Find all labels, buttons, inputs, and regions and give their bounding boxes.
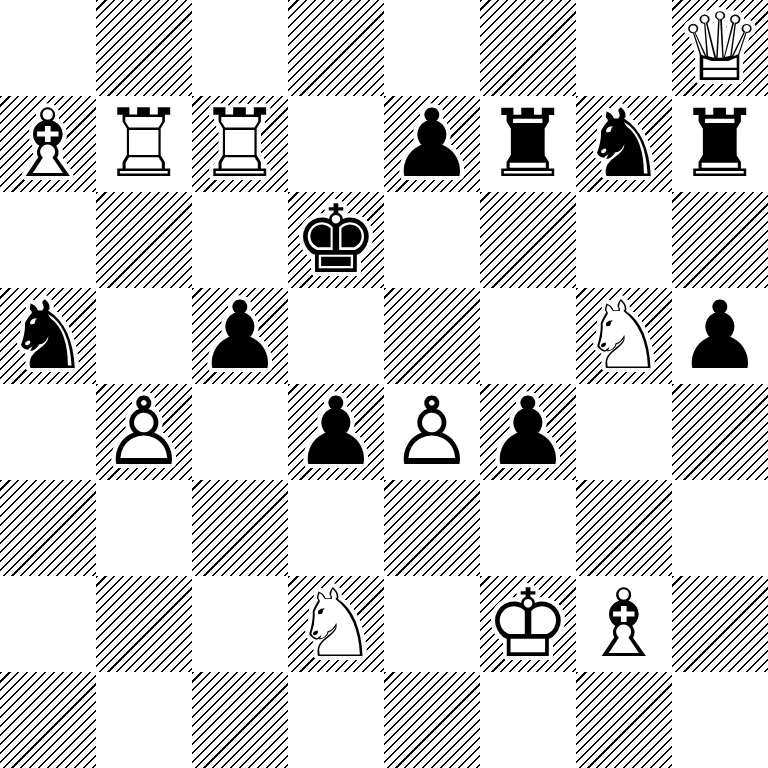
square-c8[interactable] bbox=[192, 0, 288, 96]
square-a2[interactable] bbox=[0, 576, 96, 672]
square-c6[interactable] bbox=[192, 192, 288, 288]
piece-white-knight[interactable]: ♞♘ bbox=[576, 288, 672, 384]
square-b4[interactable]: ♟♙ bbox=[96, 384, 192, 480]
square-e5[interactable] bbox=[384, 288, 480, 384]
square-h4[interactable] bbox=[672, 384, 768, 480]
square-a4[interactable] bbox=[0, 384, 96, 480]
square-d1[interactable] bbox=[288, 672, 384, 768]
square-e1[interactable] bbox=[384, 672, 480, 768]
square-d8[interactable] bbox=[288, 0, 384, 96]
square-b8[interactable] bbox=[96, 0, 192, 96]
square-g3[interactable] bbox=[576, 480, 672, 576]
square-a8[interactable] bbox=[0, 0, 96, 96]
square-e4[interactable]: ♟♙ bbox=[384, 384, 480, 480]
square-f5[interactable] bbox=[480, 288, 576, 384]
black-knight-glyph: ♞ bbox=[0, 288, 96, 384]
piece-white-bishop[interactable]: ♝♗ bbox=[576, 576, 672, 672]
square-c7[interactable]: ♜♖ bbox=[192, 96, 288, 192]
square-a3[interactable] bbox=[0, 480, 96, 576]
piece-black-pawn[interactable]: ♟ bbox=[384, 96, 480, 192]
square-a1[interactable] bbox=[0, 672, 96, 768]
square-g7[interactable]: ♞ bbox=[576, 96, 672, 192]
square-d5[interactable] bbox=[288, 288, 384, 384]
piece-white-pawn[interactable]: ♟♙ bbox=[96, 384, 192, 480]
square-g4[interactable] bbox=[576, 384, 672, 480]
square-f1[interactable] bbox=[480, 672, 576, 768]
square-d4[interactable]: ♟ bbox=[288, 384, 384, 480]
piece-black-rook[interactable]: ♜ bbox=[672, 96, 768, 192]
square-h1[interactable] bbox=[672, 672, 768, 768]
white-pawn-outline: ♙ bbox=[96, 384, 192, 480]
square-e7[interactable]: ♟ bbox=[384, 96, 480, 192]
piece-black-pawn[interactable]: ♟ bbox=[672, 288, 768, 384]
piece-white-queen[interactable]: ♛♕ bbox=[672, 0, 768, 96]
piece-white-pawn[interactable]: ♟♙ bbox=[384, 384, 480, 480]
piece-black-knight[interactable]: ♞ bbox=[576, 96, 672, 192]
square-b1[interactable] bbox=[96, 672, 192, 768]
square-f7[interactable]: ♜ bbox=[480, 96, 576, 192]
white-bishop-outline: ♗ bbox=[0, 96, 96, 192]
square-b6[interactable] bbox=[96, 192, 192, 288]
square-g1[interactable] bbox=[576, 672, 672, 768]
white-knight-outline: ♘ bbox=[288, 576, 384, 672]
black-knight-glyph: ♞ bbox=[576, 96, 672, 192]
piece-white-bishop[interactable]: ♝♗ bbox=[0, 96, 96, 192]
square-a5[interactable]: ♞ bbox=[0, 288, 96, 384]
white-pawn-outline: ♙ bbox=[384, 384, 480, 480]
square-b5[interactable] bbox=[96, 288, 192, 384]
square-g6[interactable] bbox=[576, 192, 672, 288]
black-pawn-glyph: ♟ bbox=[288, 384, 384, 480]
square-c4[interactable] bbox=[192, 384, 288, 480]
square-a6[interactable] bbox=[0, 192, 96, 288]
piece-black-pawn[interactable]: ♟ bbox=[480, 384, 576, 480]
white-king-outline: ♔ bbox=[480, 576, 576, 672]
piece-white-knight[interactable]: ♞♘ bbox=[288, 576, 384, 672]
square-c3[interactable] bbox=[192, 480, 288, 576]
square-c2[interactable] bbox=[192, 576, 288, 672]
black-pawn-glyph: ♟ bbox=[480, 384, 576, 480]
piece-black-pawn[interactable]: ♟ bbox=[192, 288, 288, 384]
square-d3[interactable] bbox=[288, 480, 384, 576]
black-rook-glyph: ♜ bbox=[480, 96, 576, 192]
black-pawn-glyph: ♟ bbox=[672, 288, 768, 384]
piece-black-rook[interactable]: ♜ bbox=[480, 96, 576, 192]
square-f2[interactable]: ♚♔ bbox=[480, 576, 576, 672]
square-d2[interactable]: ♞♘ bbox=[288, 576, 384, 672]
piece-black-pawn[interactable]: ♟ bbox=[288, 384, 384, 480]
square-h5[interactable]: ♟ bbox=[672, 288, 768, 384]
square-e6[interactable] bbox=[384, 192, 480, 288]
piece-white-rook[interactable]: ♜♖ bbox=[192, 96, 288, 192]
square-f6[interactable] bbox=[480, 192, 576, 288]
square-d6[interactable]: ♚ bbox=[288, 192, 384, 288]
square-h2[interactable] bbox=[672, 576, 768, 672]
square-d7[interactable] bbox=[288, 96, 384, 192]
square-g2[interactable]: ♝♗ bbox=[576, 576, 672, 672]
square-h6[interactable] bbox=[672, 192, 768, 288]
black-king-glyph: ♚ bbox=[288, 192, 384, 288]
black-pawn-glyph: ♟ bbox=[384, 96, 480, 192]
square-e8[interactable] bbox=[384, 0, 480, 96]
square-g8[interactable] bbox=[576, 0, 672, 96]
square-h8[interactable]: ♛♕ bbox=[672, 0, 768, 96]
square-a7[interactable]: ♝♗ bbox=[0, 96, 96, 192]
white-rook-outline: ♖ bbox=[192, 96, 288, 192]
square-f8[interactable] bbox=[480, 0, 576, 96]
square-c1[interactable] bbox=[192, 672, 288, 768]
square-e2[interactable] bbox=[384, 576, 480, 672]
piece-black-king[interactable]: ♚ bbox=[288, 192, 384, 288]
chess-board: ♛♕♝♗♜♖♜♖♟♜♞♜♚♞♟♞♘♟♟♙♟♟♙♟♞♘♚♔♝♗ bbox=[0, 0, 768, 768]
black-pawn-glyph: ♟ bbox=[192, 288, 288, 384]
white-rook-outline: ♖ bbox=[96, 96, 192, 192]
square-g5[interactable]: ♞♘ bbox=[576, 288, 672, 384]
square-f3[interactable] bbox=[480, 480, 576, 576]
square-h7[interactable]: ♜ bbox=[672, 96, 768, 192]
square-f4[interactable]: ♟ bbox=[480, 384, 576, 480]
white-knight-outline: ♘ bbox=[576, 288, 672, 384]
piece-white-king[interactable]: ♚♔ bbox=[480, 576, 576, 672]
white-queen-outline: ♕ bbox=[672, 0, 768, 96]
black-rook-glyph: ♜ bbox=[672, 96, 768, 192]
piece-black-knight[interactable]: ♞ bbox=[0, 288, 96, 384]
square-c5[interactable]: ♟ bbox=[192, 288, 288, 384]
square-h3[interactable] bbox=[672, 480, 768, 576]
square-b2[interactable] bbox=[96, 576, 192, 672]
piece-white-rook[interactable]: ♜♖ bbox=[96, 96, 192, 192]
square-b3[interactable] bbox=[96, 480, 192, 576]
white-bishop-outline: ♗ bbox=[576, 576, 672, 672]
square-b7[interactable]: ♜♖ bbox=[96, 96, 192, 192]
square-e3[interactable] bbox=[384, 480, 480, 576]
